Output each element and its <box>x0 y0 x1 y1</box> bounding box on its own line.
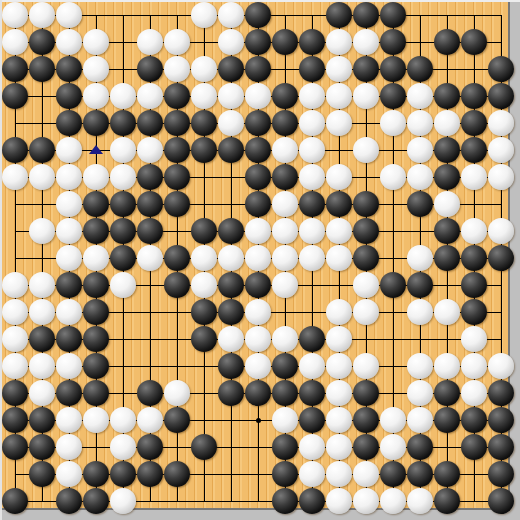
black-stone[interactable] <box>245 380 271 406</box>
black-stone[interactable] <box>488 83 514 109</box>
white-stone[interactable] <box>245 299 271 325</box>
black-stone[interactable] <box>110 110 136 136</box>
white-stone[interactable] <box>137 83 163 109</box>
white-stone[interactable] <box>191 56 217 82</box>
white-stone[interactable] <box>245 353 271 379</box>
black-stone[interactable] <box>56 272 82 298</box>
black-stone[interactable] <box>299 380 325 406</box>
white-stone[interactable] <box>326 353 352 379</box>
white-stone[interactable] <box>380 407 406 433</box>
black-stone[interactable] <box>191 434 217 460</box>
white-stone[interactable] <box>29 299 55 325</box>
white-stone[interactable] <box>407 299 433 325</box>
black-stone[interactable] <box>434 380 460 406</box>
black-stone[interactable] <box>164 164 190 190</box>
white-stone[interactable] <box>272 191 298 217</box>
black-stone[interactable] <box>29 461 55 487</box>
black-stone[interactable] <box>83 353 109 379</box>
black-stone[interactable] <box>488 245 514 271</box>
white-stone[interactable] <box>29 2 55 28</box>
white-stone[interactable] <box>299 110 325 136</box>
white-stone[interactable] <box>488 164 514 190</box>
black-stone[interactable] <box>353 245 379 271</box>
white-stone[interactable] <box>434 191 460 217</box>
black-stone[interactable] <box>380 272 406 298</box>
white-stone[interactable] <box>2 353 28 379</box>
black-stone[interactable] <box>83 110 109 136</box>
white-stone[interactable] <box>164 56 190 82</box>
white-stone[interactable] <box>137 29 163 55</box>
black-stone[interactable] <box>218 272 244 298</box>
black-stone[interactable] <box>380 83 406 109</box>
white-stone[interactable] <box>191 2 217 28</box>
white-stone[interactable] <box>164 29 190 55</box>
white-stone[interactable] <box>56 407 82 433</box>
white-stone[interactable] <box>218 2 244 28</box>
white-stone[interactable] <box>407 488 433 514</box>
white-stone[interactable] <box>2 164 28 190</box>
white-stone[interactable] <box>434 299 460 325</box>
black-stone[interactable] <box>488 434 514 460</box>
black-stone[interactable] <box>56 56 82 82</box>
white-stone[interactable] <box>326 488 352 514</box>
white-stone[interactable] <box>56 461 82 487</box>
white-stone[interactable] <box>272 326 298 352</box>
black-stone[interactable] <box>164 407 190 433</box>
white-stone[interactable] <box>29 380 55 406</box>
black-stone[interactable] <box>245 137 271 163</box>
black-stone[interactable] <box>137 434 163 460</box>
black-stone[interactable] <box>434 83 460 109</box>
black-stone[interactable] <box>407 272 433 298</box>
white-stone[interactable] <box>83 56 109 82</box>
black-stone[interactable] <box>353 407 379 433</box>
white-stone[interactable] <box>353 83 379 109</box>
black-stone[interactable] <box>29 434 55 460</box>
black-stone[interactable] <box>2 380 28 406</box>
white-stone[interactable] <box>164 380 190 406</box>
white-stone[interactable] <box>2 272 28 298</box>
black-stone[interactable] <box>164 245 190 271</box>
white-stone[interactable] <box>299 245 325 271</box>
black-stone[interactable] <box>272 110 298 136</box>
black-stone[interactable] <box>461 137 487 163</box>
black-stone[interactable] <box>380 2 406 28</box>
black-stone[interactable] <box>434 407 460 433</box>
black-stone[interactable] <box>110 191 136 217</box>
black-stone[interactable] <box>164 461 190 487</box>
white-stone[interactable] <box>83 164 109 190</box>
white-stone[interactable] <box>29 272 55 298</box>
black-stone[interactable] <box>137 110 163 136</box>
white-stone[interactable] <box>461 218 487 244</box>
black-stone[interactable] <box>83 218 109 244</box>
black-stone[interactable] <box>380 29 406 55</box>
black-stone[interactable] <box>407 191 433 217</box>
black-stone[interactable] <box>434 245 460 271</box>
white-stone[interactable] <box>353 488 379 514</box>
black-stone[interactable] <box>164 110 190 136</box>
black-stone[interactable] <box>245 272 271 298</box>
white-stone[interactable] <box>353 299 379 325</box>
white-stone[interactable] <box>272 218 298 244</box>
white-stone[interactable] <box>407 380 433 406</box>
white-stone[interactable] <box>56 2 82 28</box>
white-stone[interactable] <box>434 110 460 136</box>
white-stone[interactable] <box>326 110 352 136</box>
white-stone[interactable] <box>326 434 352 460</box>
black-stone[interactable] <box>218 137 244 163</box>
black-stone[interactable] <box>272 83 298 109</box>
black-stone[interactable] <box>56 326 82 352</box>
white-stone[interactable] <box>245 83 271 109</box>
white-stone[interactable] <box>407 245 433 271</box>
black-stone[interactable] <box>164 137 190 163</box>
white-stone[interactable] <box>326 245 352 271</box>
black-stone[interactable] <box>245 56 271 82</box>
black-stone[interactable] <box>461 407 487 433</box>
white-stone[interactable] <box>29 353 55 379</box>
black-stone[interactable] <box>461 29 487 55</box>
black-stone[interactable] <box>83 326 109 352</box>
white-stone[interactable] <box>380 488 406 514</box>
white-stone[interactable] <box>2 2 28 28</box>
black-stone[interactable] <box>110 461 136 487</box>
white-stone[interactable] <box>488 137 514 163</box>
white-stone[interactable] <box>83 407 109 433</box>
white-stone[interactable] <box>110 488 136 514</box>
white-stone[interactable] <box>353 461 379 487</box>
white-stone[interactable] <box>56 29 82 55</box>
black-stone[interactable] <box>272 353 298 379</box>
black-stone[interactable] <box>218 299 244 325</box>
white-stone[interactable] <box>326 407 352 433</box>
white-stone[interactable] <box>56 164 82 190</box>
black-stone[interactable] <box>380 56 406 82</box>
black-stone[interactable] <box>2 407 28 433</box>
white-stone[interactable] <box>353 353 379 379</box>
black-stone[interactable] <box>191 299 217 325</box>
white-stone[interactable] <box>299 218 325 244</box>
white-stone[interactable] <box>299 137 325 163</box>
white-stone[interactable] <box>110 407 136 433</box>
white-stone[interactable] <box>2 29 28 55</box>
white-stone[interactable] <box>326 299 352 325</box>
white-stone[interactable] <box>299 83 325 109</box>
black-stone[interactable] <box>29 326 55 352</box>
white-stone[interactable] <box>2 299 28 325</box>
white-stone[interactable] <box>218 110 244 136</box>
black-stone[interactable] <box>218 380 244 406</box>
white-stone[interactable] <box>380 164 406 190</box>
white-stone[interactable] <box>326 83 352 109</box>
black-stone[interactable] <box>353 434 379 460</box>
black-stone[interactable] <box>56 110 82 136</box>
black-stone[interactable] <box>191 137 217 163</box>
black-stone[interactable] <box>137 164 163 190</box>
black-stone[interactable] <box>245 29 271 55</box>
black-stone[interactable] <box>137 218 163 244</box>
white-stone[interactable] <box>326 461 352 487</box>
white-stone[interactable] <box>353 29 379 55</box>
black-stone[interactable] <box>164 83 190 109</box>
white-stone[interactable] <box>56 137 82 163</box>
white-stone[interactable] <box>272 407 298 433</box>
white-stone[interactable] <box>56 299 82 325</box>
white-stone[interactable] <box>407 137 433 163</box>
black-stone[interactable] <box>2 83 28 109</box>
black-stone[interactable] <box>272 461 298 487</box>
black-stone[interactable] <box>434 218 460 244</box>
white-stone[interactable] <box>299 164 325 190</box>
black-stone[interactable] <box>272 434 298 460</box>
black-stone[interactable] <box>461 272 487 298</box>
go-board[interactable] <box>2 2 510 510</box>
white-stone[interactable] <box>488 218 514 244</box>
white-stone[interactable] <box>380 434 406 460</box>
black-stone[interactable] <box>137 461 163 487</box>
white-stone[interactable] <box>218 29 244 55</box>
black-stone[interactable] <box>434 461 460 487</box>
white-stone[interactable] <box>326 56 352 82</box>
black-stone[interactable] <box>83 272 109 298</box>
black-stone[interactable] <box>83 461 109 487</box>
white-stone[interactable] <box>245 245 271 271</box>
white-stone[interactable] <box>191 245 217 271</box>
white-stone[interactable] <box>137 137 163 163</box>
triangle-marker <box>89 145 103 154</box>
white-stone[interactable] <box>110 272 136 298</box>
black-stone[interactable] <box>353 2 379 28</box>
black-stone[interactable] <box>29 407 55 433</box>
black-stone[interactable] <box>353 218 379 244</box>
black-stone[interactable] <box>137 380 163 406</box>
black-stone[interactable] <box>218 218 244 244</box>
white-stone[interactable] <box>461 380 487 406</box>
black-stone[interactable] <box>434 488 460 514</box>
white-stone[interactable] <box>380 110 406 136</box>
black-stone[interactable] <box>407 434 433 460</box>
black-stone[interactable] <box>2 137 28 163</box>
black-stone[interactable] <box>299 488 325 514</box>
black-stone[interactable] <box>488 461 514 487</box>
black-stone[interactable] <box>272 29 298 55</box>
white-stone[interactable] <box>461 353 487 379</box>
black-stone[interactable] <box>83 191 109 217</box>
white-stone[interactable] <box>326 218 352 244</box>
white-stone[interactable] <box>29 164 55 190</box>
black-stone[interactable] <box>407 461 433 487</box>
white-stone[interactable] <box>407 164 433 190</box>
black-stone[interactable] <box>488 488 514 514</box>
black-stone[interactable] <box>191 218 217 244</box>
black-stone[interactable] <box>56 83 82 109</box>
white-stone[interactable] <box>326 29 352 55</box>
black-stone[interactable] <box>191 110 217 136</box>
black-stone[interactable] <box>434 137 460 163</box>
white-stone[interactable] <box>488 110 514 136</box>
black-stone[interactable] <box>461 83 487 109</box>
white-stone[interactable] <box>29 218 55 244</box>
white-stone[interactable] <box>326 380 352 406</box>
white-stone[interactable] <box>461 164 487 190</box>
black-stone[interactable] <box>191 326 217 352</box>
white-stone[interactable] <box>272 245 298 271</box>
white-stone[interactable] <box>218 326 244 352</box>
white-stone[interactable] <box>83 83 109 109</box>
white-stone[interactable] <box>56 218 82 244</box>
black-stone[interactable] <box>29 29 55 55</box>
white-stone[interactable] <box>110 83 136 109</box>
black-stone[interactable] <box>461 110 487 136</box>
black-stone[interactable] <box>56 380 82 406</box>
black-stone[interactable] <box>461 434 487 460</box>
black-stone[interactable] <box>245 164 271 190</box>
white-stone[interactable] <box>461 326 487 352</box>
black-stone[interactable] <box>110 245 136 271</box>
black-stone[interactable] <box>29 56 55 82</box>
black-stone[interactable] <box>299 56 325 82</box>
black-stone[interactable] <box>299 191 325 217</box>
white-stone[interactable] <box>137 245 163 271</box>
black-stone[interactable] <box>299 326 325 352</box>
black-stone[interactable] <box>434 29 460 55</box>
black-stone[interactable] <box>272 488 298 514</box>
black-stone[interactable] <box>407 56 433 82</box>
white-stone[interactable] <box>56 191 82 217</box>
white-stone[interactable] <box>353 272 379 298</box>
white-stone[interactable] <box>245 326 271 352</box>
black-stone[interactable] <box>137 191 163 217</box>
black-stone[interactable] <box>353 191 379 217</box>
black-stone[interactable] <box>299 407 325 433</box>
black-stone[interactable] <box>461 245 487 271</box>
black-stone[interactable] <box>164 191 190 217</box>
white-stone[interactable] <box>353 137 379 163</box>
hoshi-dot <box>256 418 261 423</box>
white-stone[interactable] <box>218 245 244 271</box>
white-stone[interactable] <box>110 164 136 190</box>
black-stone[interactable] <box>137 56 163 82</box>
black-stone[interactable] <box>272 164 298 190</box>
black-stone[interactable] <box>245 110 271 136</box>
black-stone[interactable] <box>110 218 136 244</box>
white-stone[interactable] <box>245 218 271 244</box>
black-stone[interactable] <box>83 299 109 325</box>
white-stone[interactable] <box>2 326 28 352</box>
black-stone[interactable] <box>218 353 244 379</box>
black-stone[interactable] <box>2 434 28 460</box>
black-stone[interactable] <box>2 488 28 514</box>
black-stone[interactable] <box>353 380 379 406</box>
white-stone[interactable] <box>299 461 325 487</box>
black-stone[interactable] <box>29 137 55 163</box>
white-stone[interactable] <box>56 434 82 460</box>
white-stone[interactable] <box>191 83 217 109</box>
black-stone[interactable] <box>488 56 514 82</box>
white-stone[interactable] <box>83 29 109 55</box>
white-stone[interactable] <box>272 272 298 298</box>
white-stone[interactable] <box>110 434 136 460</box>
go-app-window <box>0 0 520 520</box>
white-stone[interactable] <box>272 137 298 163</box>
white-stone[interactable] <box>83 245 109 271</box>
black-stone[interactable] <box>83 380 109 406</box>
white-stone[interactable] <box>137 407 163 433</box>
white-stone[interactable] <box>326 164 352 190</box>
black-stone[interactable] <box>488 407 514 433</box>
black-stone[interactable] <box>218 56 244 82</box>
white-stone[interactable] <box>407 110 433 136</box>
black-stone[interactable] <box>245 191 271 217</box>
black-stone[interactable] <box>326 2 352 28</box>
white-stone[interactable] <box>218 83 244 109</box>
black-stone[interactable] <box>272 380 298 406</box>
white-stone[interactable] <box>56 245 82 271</box>
black-stone[interactable] <box>380 461 406 487</box>
black-stone[interactable] <box>299 29 325 55</box>
black-stone[interactable] <box>164 272 190 298</box>
black-stone[interactable] <box>83 488 109 514</box>
white-stone[interactable] <box>488 353 514 379</box>
black-stone[interactable] <box>326 191 352 217</box>
black-stone[interactable] <box>245 2 271 28</box>
white-stone[interactable] <box>407 83 433 109</box>
white-stone[interactable] <box>191 272 217 298</box>
white-stone[interactable] <box>434 353 460 379</box>
black-stone[interactable] <box>461 299 487 325</box>
white-stone[interactable] <box>407 353 433 379</box>
black-stone[interactable] <box>2 56 28 82</box>
white-stone[interactable] <box>299 353 325 379</box>
black-stone[interactable] <box>353 56 379 82</box>
black-stone[interactable] <box>434 164 460 190</box>
white-stone[interactable] <box>299 434 325 460</box>
white-stone[interactable] <box>56 353 82 379</box>
white-stone[interactable] <box>326 326 352 352</box>
black-stone[interactable] <box>56 488 82 514</box>
white-stone[interactable] <box>407 407 433 433</box>
white-stone[interactable] <box>110 137 136 163</box>
black-stone[interactable] <box>488 380 514 406</box>
